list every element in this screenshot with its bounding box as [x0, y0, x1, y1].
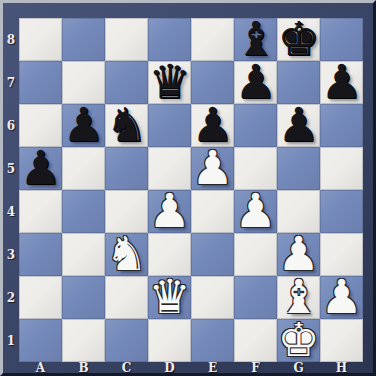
square-e8[interactable]: [191, 18, 234, 61]
white-pawn[interactable]: ♟: [320, 273, 362, 320]
square-f4[interactable]: ♟: [234, 190, 277, 233]
square-b1[interactable]: [62, 319, 105, 362]
square-d2[interactable]: ♛: [148, 276, 191, 319]
square-g1[interactable]: ♚: [277, 319, 320, 362]
rank-label-3: 3: [3, 233, 19, 276]
white-pawn[interactable]: ♟: [234, 187, 276, 234]
black-pawn[interactable]: ♟: [320, 58, 362, 105]
square-b5[interactable]: [62, 147, 105, 190]
black-knight[interactable]: ♞: [105, 101, 147, 148]
square-c2[interactable]: [105, 276, 148, 319]
square-d4[interactable]: ♟: [148, 190, 191, 233]
square-d1[interactable]: [148, 319, 191, 362]
black-pawn[interactable]: ♟: [234, 58, 276, 105]
square-c5[interactable]: [105, 147, 148, 190]
square-h4[interactable]: [320, 190, 363, 233]
file-label-d: D: [148, 361, 191, 375]
white-knight[interactable]: ♞: [105, 230, 147, 277]
square-e5[interactable]: ♟: [191, 147, 234, 190]
black-pawn[interactable]: ♟: [277, 101, 319, 148]
square-g6[interactable]: ♟: [277, 104, 320, 147]
square-g5[interactable]: [277, 147, 320, 190]
rank-label-8: 8: [3, 18, 19, 61]
square-a1[interactable]: [19, 319, 62, 362]
square-e3[interactable]: [191, 233, 234, 276]
white-king[interactable]: ♚: [277, 316, 319, 363]
square-f6[interactable]: [234, 104, 277, 147]
square-a5[interactable]: ♟: [19, 147, 62, 190]
square-c6[interactable]: ♞: [105, 104, 148, 147]
file-label-f: F: [234, 361, 277, 375]
square-b8[interactable]: [62, 18, 105, 61]
square-b2[interactable]: [62, 276, 105, 319]
square-a8[interactable]: [19, 18, 62, 61]
square-f3[interactable]: [234, 233, 277, 276]
rank-label-6: 6: [3, 104, 19, 147]
white-queen[interactable]: ♛: [148, 273, 190, 320]
file-labels: ABCDEFGH: [19, 361, 363, 373]
square-g8[interactable]: ♚: [277, 18, 320, 61]
white-pawn[interactable]: ♟: [148, 187, 190, 234]
rank-label-7: 7: [3, 61, 19, 104]
rank-label-1: 1: [3, 319, 19, 362]
black-pawn[interactable]: ♟: [62, 101, 104, 148]
square-b4[interactable]: [62, 190, 105, 233]
square-e1[interactable]: [191, 319, 234, 362]
square-c1[interactable]: [105, 319, 148, 362]
chess-board-frame: ♝♚♛♟♟♟♞♟♟♟♟♟♟♞♟♛♝♟♚ 87654321 ABCDEFGH: [0, 0, 376, 376]
file-label-e: E: [191, 361, 234, 375]
file-label-a: A: [19, 361, 62, 375]
square-h7[interactable]: ♟: [320, 61, 363, 104]
rank-label-2: 2: [3, 276, 19, 319]
square-a7[interactable]: [19, 61, 62, 104]
square-b3[interactable]: [62, 233, 105, 276]
square-h1[interactable]: [320, 319, 363, 362]
rank-label-4: 4: [3, 190, 19, 233]
file-label-h: H: [320, 361, 363, 375]
square-d7[interactable]: ♛: [148, 61, 191, 104]
square-h6[interactable]: [320, 104, 363, 147]
square-e4[interactable]: [191, 190, 234, 233]
square-a3[interactable]: [19, 233, 62, 276]
square-c8[interactable]: [105, 18, 148, 61]
file-label-g: G: [277, 361, 320, 375]
square-h5[interactable]: [320, 147, 363, 190]
square-a4[interactable]: [19, 190, 62, 233]
black-king[interactable]: ♚: [277, 15, 319, 62]
square-f7[interactable]: ♟: [234, 61, 277, 104]
square-a2[interactable]: [19, 276, 62, 319]
file-label-c: C: [105, 361, 148, 375]
square-h2[interactable]: ♟: [320, 276, 363, 319]
square-f1[interactable]: [234, 319, 277, 362]
chess-board: ♝♚♛♟♟♟♞♟♟♟♟♟♟♞♟♛♝♟♚: [19, 18, 363, 362]
black-pawn[interactable]: ♟: [19, 144, 61, 191]
file-label-b: B: [62, 361, 105, 375]
square-e2[interactable]: [191, 276, 234, 319]
white-pawn[interactable]: ♟: [191, 144, 233, 191]
square-f2[interactable]: [234, 276, 277, 319]
rank-labels: 87654321: [3, 18, 19, 362]
square-c3[interactable]: ♞: [105, 233, 148, 276]
square-d6[interactable]: [148, 104, 191, 147]
square-b6[interactable]: ♟: [62, 104, 105, 147]
rank-label-5: 5: [3, 147, 19, 190]
black-queen[interactable]: ♛: [148, 58, 190, 105]
